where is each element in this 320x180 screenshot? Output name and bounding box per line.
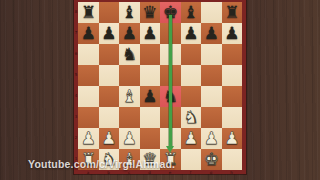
white-knight-f3[interactable]: ♞ (181, 107, 202, 128)
square-d6[interactable] (140, 44, 161, 65)
square-b7[interactable]: ♟ (99, 23, 120, 44)
white-bishop-c4[interactable]: ♝ (119, 86, 140, 107)
square-h6[interactable] (222, 44, 243, 65)
file-label-h: h (229, 171, 234, 175)
square-d7[interactable]: ♟ (140, 23, 161, 44)
black-pawn-c7[interactable]: ♟ (119, 23, 140, 44)
square-f8[interactable]: ♝ (181, 2, 202, 23)
rank-label-3: 3 (74, 114, 78, 119)
rank-label-6: 6 (74, 51, 78, 56)
black-rook-a8[interactable]: ♜ (78, 2, 99, 23)
black-rook-h8[interactable]: ♜ (222, 2, 243, 23)
black-bishop-f8[interactable]: ♝ (181, 2, 202, 23)
black-pawn-f7[interactable]: ♟ (181, 23, 202, 44)
square-c5[interactable] (119, 65, 140, 86)
square-c8[interactable]: ♝ (119, 2, 140, 23)
file-label-d: d (147, 171, 152, 175)
square-b4[interactable] (99, 86, 120, 107)
square-f4[interactable] (181, 86, 202, 107)
square-a8[interactable]: ♜ (78, 2, 99, 23)
square-d5[interactable] (140, 65, 161, 86)
video-frame: ♜♝♛♚♝♜♟♟♟♟♟♟♟♞♝♟♞♞♟♟♟♟♟♟♜♞♝♛♜♚ 87654321 … (0, 0, 320, 180)
square-a4[interactable] (78, 86, 99, 107)
square-b3[interactable] (99, 107, 120, 128)
rank-label-4: 4 (74, 93, 78, 98)
file-label-a: a (86, 171, 91, 175)
square-f7[interactable]: ♟ (181, 23, 202, 44)
square-a3[interactable] (78, 107, 99, 128)
square-h4[interactable] (222, 86, 243, 107)
white-pawn-a2[interactable]: ♟ (78, 128, 99, 149)
board-squares: ♜♝♛♚♝♜♟♟♟♟♟♟♟♞♝♟♞♞♟♟♟♟♟♟♜♞♝♛♜♚ (78, 2, 242, 170)
rank-label-2: 2 (74, 135, 78, 140)
square-g4[interactable] (201, 86, 222, 107)
black-bishop-c8[interactable]: ♝ (119, 2, 140, 23)
square-a5[interactable] (78, 65, 99, 86)
black-pawn-d4[interactable]: ♟ (140, 86, 161, 107)
square-c4[interactable]: ♝ (119, 86, 140, 107)
black-knight-c6[interactable]: ♞ (119, 44, 140, 65)
square-f1[interactable] (181, 149, 202, 170)
square-b8[interactable] (99, 2, 120, 23)
square-g7[interactable]: ♟ (201, 23, 222, 44)
square-b5[interactable] (99, 65, 120, 86)
square-h2[interactable]: ♟ (222, 128, 243, 149)
black-queen-d8[interactable]: ♛ (140, 2, 161, 23)
square-c7[interactable]: ♟ (119, 23, 140, 44)
rank-label-7: 7 (74, 30, 78, 35)
square-b2[interactable]: ♟ (99, 128, 120, 149)
chess-board[interactable]: ♜♝♛♚♝♜♟♟♟♟♟♟♟♞♝♟♞♞♟♟♟♟♟♟♜♞♝♛♜♚ 87654321 … (74, 0, 246, 174)
square-c6[interactable]: ♞ (119, 44, 140, 65)
rank-label-8: 8 (74, 9, 78, 14)
file-label-b: b (106, 171, 111, 175)
square-b6[interactable] (99, 44, 120, 65)
move-arrow-line (169, 15, 172, 148)
square-d3[interactable] (140, 107, 161, 128)
square-g8[interactable] (201, 2, 222, 23)
square-h5[interactable] (222, 65, 243, 86)
square-f2[interactable]: ♟ (181, 128, 202, 149)
rank-label-5: 5 (74, 72, 78, 77)
file-label-e: e (168, 171, 173, 175)
square-a2[interactable]: ♟ (78, 128, 99, 149)
square-a7[interactable]: ♟ (78, 23, 99, 44)
black-pawn-a7[interactable]: ♟ (78, 23, 99, 44)
file-label-c: c (127, 171, 132, 175)
square-g1[interactable]: ♚ (201, 149, 222, 170)
watermark-text: Youtube.com/c/VirgilAhmad. (28, 158, 175, 170)
square-g6[interactable] (201, 44, 222, 65)
white-pawn-h2[interactable]: ♟ (222, 128, 243, 149)
move-arrow-head (166, 146, 174, 153)
file-label-g: g (209, 171, 214, 175)
square-d8[interactable]: ♛ (140, 2, 161, 23)
white-pawn-g2[interactable]: ♟ (201, 128, 222, 149)
square-g5[interactable] (201, 65, 222, 86)
black-pawn-b7[interactable]: ♟ (99, 23, 120, 44)
square-f5[interactable] (181, 65, 202, 86)
white-king-g1[interactable]: ♚ (201, 149, 222, 170)
square-h8[interactable]: ♜ (222, 2, 243, 23)
square-c2[interactable]: ♟ (119, 128, 140, 149)
black-pawn-d7[interactable]: ♟ (140, 23, 161, 44)
square-g2[interactable]: ♟ (201, 128, 222, 149)
white-pawn-b2[interactable]: ♟ (99, 128, 120, 149)
square-f3[interactable]: ♞ (181, 107, 202, 128)
black-pawn-h7[interactable]: ♟ (222, 23, 243, 44)
square-f6[interactable] (181, 44, 202, 65)
square-c3[interactable] (119, 107, 140, 128)
square-h1[interactable] (222, 149, 243, 170)
square-h3[interactable] (222, 107, 243, 128)
square-g3[interactable] (201, 107, 222, 128)
white-pawn-c2[interactable]: ♟ (119, 128, 140, 149)
square-d2[interactable] (140, 128, 161, 149)
white-pawn-f2[interactable]: ♟ (181, 128, 202, 149)
file-label-f: f (188, 171, 193, 175)
square-d4[interactable]: ♟ (140, 86, 161, 107)
square-h7[interactable]: ♟ (222, 23, 243, 44)
square-a6[interactable] (78, 44, 99, 65)
black-pawn-g7[interactable]: ♟ (201, 23, 222, 44)
